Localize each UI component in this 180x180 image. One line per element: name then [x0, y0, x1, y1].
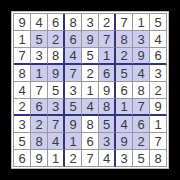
cell-r4c7[interactable]: 5	[116, 65, 133, 82]
cell-r2c7[interactable]: 8	[116, 31, 133, 48]
cell-r8c2[interactable]: 8	[31, 133, 48, 150]
cell-r4c3[interactable]: 9	[48, 65, 65, 82]
cell-r6c7[interactable]: 1	[116, 99, 133, 116]
cell-r7c3[interactable]: 7	[48, 116, 65, 133]
cell-r4c9[interactable]: 3	[150, 65, 167, 82]
cell-r1c6[interactable]: 2	[99, 14, 116, 31]
cell-r9c3[interactable]: 1	[48, 150, 65, 167]
cell-r5c7[interactable]: 6	[116, 82, 133, 99]
cell-r6c2[interactable]: 6	[31, 99, 48, 116]
cell-r2c1[interactable]: 1	[14, 31, 31, 48]
cell-r8c8[interactable]: 2	[133, 133, 150, 150]
cell-r1c8[interactable]: 1	[133, 14, 150, 31]
cell-r7c4[interactable]: 9	[65, 116, 82, 133]
cell-r8c3[interactable]: 4	[48, 133, 65, 150]
cell-r2c6[interactable]: 7	[99, 31, 116, 48]
cell-r1c2[interactable]: 4	[31, 14, 48, 31]
cell-r2c2[interactable]: 5	[31, 31, 48, 48]
cell-r1c1[interactable]: 9	[14, 14, 31, 31]
cell-r5c1[interactable]: 4	[14, 82, 31, 99]
cell-r8c6[interactable]: 3	[99, 133, 116, 150]
cell-r2c5[interactable]: 9	[82, 31, 99, 48]
cell-r9c2[interactable]: 9	[31, 150, 48, 167]
sudoku-grid: 9468327151526978347384512968197265434753…	[13, 13, 167, 167]
cell-r2c3[interactable]: 2	[48, 31, 65, 48]
cell-r7c1[interactable]: 3	[14, 116, 31, 133]
cell-r9c6[interactable]: 4	[99, 150, 116, 167]
cell-r4c2[interactable]: 1	[31, 65, 48, 82]
cell-r3c9[interactable]: 6	[150, 48, 167, 65]
cell-r1c3[interactable]: 6	[48, 14, 65, 31]
cell-r5c3[interactable]: 5	[48, 82, 65, 99]
cell-r4c4[interactable]: 7	[65, 65, 82, 82]
cell-r5c4[interactable]: 3	[65, 82, 82, 99]
cell-r6c3[interactable]: 3	[48, 99, 65, 116]
cell-r3c2[interactable]: 3	[31, 48, 48, 65]
cell-r5c6[interactable]: 9	[99, 82, 116, 99]
cell-r4c5[interactable]: 2	[82, 65, 99, 82]
cell-r7c6[interactable]: 5	[99, 116, 116, 133]
cell-r9c7[interactable]: 3	[116, 150, 133, 167]
cell-r9c9[interactable]: 8	[150, 150, 167, 167]
cell-r1c9[interactable]: 5	[150, 14, 167, 31]
cell-r5c5[interactable]: 1	[82, 82, 99, 99]
cell-r3c7[interactable]: 2	[116, 48, 133, 65]
cell-r9c4[interactable]: 2	[65, 150, 82, 167]
cell-r6c9[interactable]: 9	[150, 99, 167, 116]
cell-r6c4[interactable]: 5	[65, 99, 82, 116]
cell-r8c1[interactable]: 5	[14, 133, 31, 150]
cell-r3c3[interactable]: 8	[48, 48, 65, 65]
cell-r4c1[interactable]: 8	[14, 65, 31, 82]
cell-r3c6[interactable]: 1	[99, 48, 116, 65]
cell-r3c1[interactable]: 7	[14, 48, 31, 65]
cell-r2c4[interactable]: 6	[65, 31, 82, 48]
cell-r1c7[interactable]: 7	[116, 14, 133, 31]
cell-r5c2[interactable]: 7	[31, 82, 48, 99]
cell-r1c4[interactable]: 8	[65, 14, 82, 31]
cell-r5c8[interactable]: 8	[133, 82, 150, 99]
cell-r7c8[interactable]: 6	[133, 116, 150, 133]
cell-r4c8[interactable]: 4	[133, 65, 150, 82]
cell-r6c5[interactable]: 4	[82, 99, 99, 116]
cell-r8c4[interactable]: 1	[65, 133, 82, 150]
cell-r8c7[interactable]: 9	[116, 133, 133, 150]
cell-r2c9[interactable]: 4	[150, 31, 167, 48]
cell-r2c8[interactable]: 3	[133, 31, 150, 48]
cell-r3c8[interactable]: 9	[133, 48, 150, 65]
cell-r9c5[interactable]: 7	[82, 150, 99, 167]
sudoku-board-frame: 9468327151526978347384512968197265434753…	[11, 11, 169, 169]
cell-r7c2[interactable]: 2	[31, 116, 48, 133]
cell-r5c9[interactable]: 2	[150, 82, 167, 99]
cell-r6c1[interactable]: 2	[14, 99, 31, 116]
cell-r8c9[interactable]: 7	[150, 133, 167, 150]
cell-r7c5[interactable]: 8	[82, 116, 99, 133]
cell-r3c4[interactable]: 4	[65, 48, 82, 65]
cell-r6c8[interactable]: 7	[133, 99, 150, 116]
cell-r7c9[interactable]: 1	[150, 116, 167, 133]
cell-r1c5[interactable]: 3	[82, 14, 99, 31]
cell-r4c6[interactable]: 6	[99, 65, 116, 82]
cell-r9c8[interactable]: 5	[133, 150, 150, 167]
cell-r7c7[interactable]: 4	[116, 116, 133, 133]
cell-r6c6[interactable]: 8	[99, 99, 116, 116]
cell-r3c5[interactable]: 5	[82, 48, 99, 65]
cell-r9c1[interactable]: 6	[14, 150, 31, 167]
cell-r8c5[interactable]: 6	[82, 133, 99, 150]
